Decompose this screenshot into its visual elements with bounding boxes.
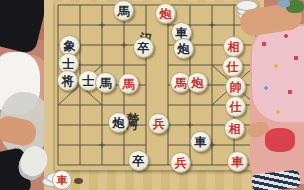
piece-black-chariot[interactable]: 車	[190, 131, 211, 152]
piece-red-advisor[interactable]: 仕	[222, 56, 243, 77]
piece-red-chariot[interactable]: 車	[227, 151, 248, 172]
piece-red-horse[interactable]: 馬	[118, 73, 139, 94]
piece-red-advisor[interactable]: 仕	[225, 96, 246, 117]
piece-black-cannon[interactable]: 炮	[173, 38, 194, 59]
piece-red-soldier[interactable]: 兵	[148, 113, 169, 134]
piece-black-general[interactable]: 将	[57, 70, 78, 91]
river-label-hanjie: 汉界	[140, 21, 154, 33]
captured-red-pieces-pile[interactable]: 車	[42, 168, 86, 190]
child-red-sleeve	[265, 128, 295, 152]
piece-black-soldier[interactable]: 卒	[128, 150, 149, 171]
child-floral-top	[252, 26, 304, 122]
piece-red-cannon[interactable]: 炮	[187, 72, 208, 93]
piece-red-cannon[interactable]: 炮	[155, 3, 176, 24]
piece-black-soldier[interactable]: 卒	[133, 37, 154, 58]
blue-object-top-right	[278, 0, 290, 7]
captured-piece-top: 車	[52, 170, 72, 190]
piece-red-soldier[interactable]: 兵	[170, 152, 191, 173]
piece-red-elephant[interactable]: 相	[224, 118, 245, 139]
piece-black-cannon[interactable]: 炮	[108, 112, 129, 133]
river-label-chuhe: 楚河	[127, 101, 141, 112]
piece-red-elephant[interactable]: 相	[223, 36, 244, 57]
street-xiangqi-scene: 汉界 楚河 車 馬炮車象卒炮相士仕将士馬馬馬炮帥仕兵炮相車卒兵車	[0, 0, 304, 190]
piece-black-horse[interactable]: 馬	[95, 72, 116, 93]
piece-red-general[interactable]: 帥	[225, 76, 246, 97]
piece-black-horse[interactable]: 馬	[113, 0, 134, 21]
